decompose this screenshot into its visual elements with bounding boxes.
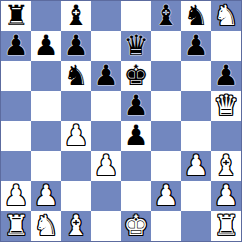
black-pawn-g7[interactable]: ♟: [183, 31, 208, 61]
black-king-e6[interactable]: ♚: [123, 61, 148, 91]
white-pawn-f2[interactable]: ♟: [153, 181, 178, 211]
square-d4[interactable]: [91, 121, 121, 151]
square-f6[interactable]: [151, 61, 181, 91]
black-pawn-h6[interactable]: ♟: [213, 61, 238, 91]
square-b6[interactable]: [31, 61, 61, 91]
white-rook-a1[interactable]: ♜: [3, 211, 28, 241]
square-d6[interactable]: ♟: [91, 61, 121, 91]
square-g3[interactable]: ♟: [181, 151, 211, 181]
black-pawn-b7[interactable]: ♟: [33, 31, 58, 61]
square-c3[interactable]: [61, 151, 91, 181]
square-d3[interactable]: ♟: [91, 151, 121, 181]
black-bishop-f8[interactable]: ♝: [153, 1, 178, 31]
square-g6[interactable]: [181, 61, 211, 91]
square-e5[interactable]: ♟: [121, 91, 151, 121]
square-e8[interactable]: [121, 1, 151, 31]
square-g5[interactable]: [181, 91, 211, 121]
square-g4[interactable]: [181, 121, 211, 151]
square-c6[interactable]: ♞: [61, 61, 91, 91]
square-a4[interactable]: [1, 121, 31, 151]
black-knight-c6[interactable]: ♞: [63, 61, 88, 91]
square-h6[interactable]: ♟: [211, 61, 241, 91]
black-pawn-e5[interactable]: ♟: [123, 91, 148, 121]
white-knight-h8[interactable]: ♞: [213, 1, 238, 31]
square-b2[interactable]: ♟: [31, 181, 61, 211]
square-e7[interactable]: ♛: [121, 31, 151, 61]
square-a8[interactable]: ♜: [1, 1, 31, 31]
square-d5[interactable]: [91, 91, 121, 121]
square-b4[interactable]: [31, 121, 61, 151]
square-f1[interactable]: [151, 211, 181, 241]
square-e2[interactable]: [121, 181, 151, 211]
square-e6[interactable]: ♚: [121, 61, 151, 91]
square-a7[interactable]: ♟: [1, 31, 31, 61]
square-h5[interactable]: ♛: [211, 91, 241, 121]
square-d1[interactable]: [91, 211, 121, 241]
white-bishop-h3[interactable]: ♝: [213, 151, 238, 181]
black-queen-e7[interactable]: ♛: [123, 31, 148, 61]
square-f4[interactable]: [151, 121, 181, 151]
square-f8[interactable]: ♝: [151, 1, 181, 31]
black-pawn-c7[interactable]: ♟: [63, 31, 88, 61]
white-pawn-a2[interactable]: ♟: [3, 181, 28, 211]
square-h7[interactable]: [211, 31, 241, 61]
square-h1[interactable]: ♜: [211, 211, 241, 241]
square-c1[interactable]: ♝: [61, 211, 91, 241]
square-f2[interactable]: ♟: [151, 181, 181, 211]
square-h3[interactable]: ♝: [211, 151, 241, 181]
square-b3[interactable]: [31, 151, 61, 181]
square-b5[interactable]: [31, 91, 61, 121]
square-h8[interactable]: ♞: [211, 1, 241, 31]
square-e1[interactable]: ♚: [121, 211, 151, 241]
square-f3[interactable]: [151, 151, 181, 181]
square-c5[interactable]: [61, 91, 91, 121]
white-queen-h5[interactable]: ♛: [213, 91, 238, 121]
square-e3[interactable]: [121, 151, 151, 181]
square-f7[interactable]: [151, 31, 181, 61]
square-f5[interactable]: [151, 91, 181, 121]
square-h4[interactable]: [211, 121, 241, 151]
square-c7[interactable]: ♟: [61, 31, 91, 61]
white-pawn-h2[interactable]: ♟: [213, 181, 238, 211]
square-a1[interactable]: ♜: [1, 211, 31, 241]
square-a2[interactable]: ♟: [1, 181, 31, 211]
white-king-e1[interactable]: ♚: [123, 211, 148, 241]
square-a3[interactable]: [1, 151, 31, 181]
square-d2[interactable]: [91, 181, 121, 211]
white-rook-h1[interactable]: ♜: [213, 211, 238, 241]
white-pawn-c4[interactable]: ♟: [63, 121, 88, 151]
white-pawn-b2[interactable]: ♟: [33, 181, 58, 211]
square-c8[interactable]: ♝: [61, 1, 91, 31]
black-rook-a8[interactable]: ♜: [3, 1, 28, 31]
white-pawn-g3[interactable]: ♟: [183, 151, 208, 181]
white-bishop-c1[interactable]: ♝: [63, 211, 88, 241]
square-h2[interactable]: ♟: [211, 181, 241, 211]
square-g8[interactable]: ♞: [181, 1, 211, 31]
black-pawn-a7[interactable]: ♟: [3, 31, 28, 61]
square-g1[interactable]: [181, 211, 211, 241]
white-knight-b1[interactable]: ♞: [33, 211, 58, 241]
chess-board: ♜♝♝♞♞♟♟♟♛♟♞♟♚♟♟♛♟♟♟♟♝♟♟♟♟♜♞♝♚♜: [0, 0, 242, 242]
square-e4[interactable]: ♟: [121, 121, 151, 151]
black-pawn-e4[interactable]: ♟: [123, 121, 148, 151]
white-pawn-d3[interactable]: ♟: [93, 151, 118, 181]
square-d7[interactable]: [91, 31, 121, 61]
square-a5[interactable]: [1, 91, 31, 121]
square-c2[interactable]: [61, 181, 91, 211]
square-g2[interactable]: [181, 181, 211, 211]
black-pawn-d6[interactable]: ♟: [93, 61, 118, 91]
black-knight-g8[interactable]: ♞: [183, 1, 208, 31]
square-a6[interactable]: [1, 61, 31, 91]
square-b1[interactable]: ♞: [31, 211, 61, 241]
square-b8[interactable]: [31, 1, 61, 31]
square-c4[interactable]: ♟: [61, 121, 91, 151]
square-b7[interactable]: ♟: [31, 31, 61, 61]
black-bishop-c8[interactable]: ♝: [63, 1, 88, 31]
square-d8[interactable]: [91, 1, 121, 31]
square-g7[interactable]: ♟: [181, 31, 211, 61]
